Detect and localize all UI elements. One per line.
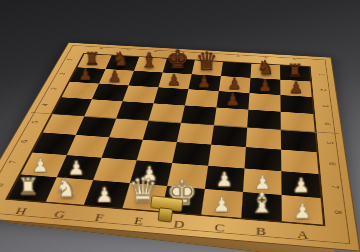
square-b6	[245, 147, 282, 171]
square-e5	[143, 121, 181, 142]
rank-label-right-5: 5	[311, 134, 348, 152]
square-c3	[216, 91, 249, 109]
file-label-far-F: F	[141, 49, 169, 53]
file-label-near-H: H	[0, 204, 43, 219]
file-label-near-G: G	[38, 207, 82, 223]
square-b7	[243, 168, 282, 195]
square-e3	[154, 87, 189, 105]
rank-label-right-4: 4	[310, 116, 345, 133]
file-label-far-C: C	[224, 54, 252, 58]
square-d7	[167, 163, 208, 189]
file-label-near-B: B	[240, 224, 282, 241]
square-f3	[123, 85, 159, 103]
photo-canvas: HHGGFFEEDDCCBBAA1122334455667788♜♞♝♚♛♞♜♟…	[0, 0, 360, 252]
square-e6	[137, 140, 177, 163]
square-b5	[246, 128, 281, 150]
rank-label-right-2: 2	[307, 83, 339, 97]
file-label-far-D: D	[196, 52, 224, 56]
square-b8	[241, 192, 282, 221]
square-c6	[208, 145, 246, 169]
file-label-near-A: A	[282, 227, 325, 244]
file-label-near-C: C	[199, 220, 241, 236]
square-b3	[248, 93, 280, 112]
square-a6	[281, 150, 318, 174]
square-e7	[130, 160, 172, 186]
file-label-near-F: F	[77, 210, 121, 226]
brass-latch-icon	[149, 195, 184, 224]
file-label-far-A: A	[280, 57, 309, 61]
latch-knob	[158, 207, 174, 223]
square-c8	[201, 189, 243, 218]
file-label-far-G: G	[114, 48, 142, 52]
square-c7	[205, 166, 245, 192]
rank-label-right-7: 7	[315, 176, 356, 198]
file-label-far-B: B	[252, 56, 280, 60]
rank-label-right-6: 6	[313, 154, 352, 174]
file-label-far-H: H	[87, 46, 115, 50]
square-b4	[247, 110, 281, 130]
rank-label-right-1: 1	[306, 68, 337, 81]
square-d4	[181, 105, 216, 125]
square-d5	[177, 123, 214, 145]
rank-label-right-3: 3	[308, 99, 342, 114]
square-f4	[116, 101, 153, 120]
file-label-far-E: E	[168, 51, 196, 55]
square-d6	[172, 142, 211, 166]
square-c5	[211, 125, 247, 147]
rank-label-right-8: 8	[317, 200, 360, 224]
rank-label-left-1: 1	[53, 54, 86, 66]
rank-label-left-2: 2	[45, 67, 80, 80]
